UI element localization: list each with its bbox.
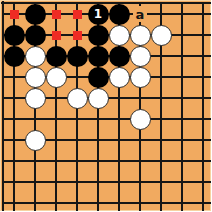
grid-line-h	[2, 160, 212, 162]
white-stone	[88, 88, 109, 109]
black-stone	[109, 4, 130, 25]
black-stone	[46, 46, 67, 67]
black-stone	[88, 67, 109, 88]
black-stone	[67, 46, 88, 67]
move-number-label: 1	[88, 4, 108, 24]
white-stone	[130, 67, 151, 88]
white-stone	[25, 46, 46, 67]
white-stone	[25, 67, 46, 88]
black-stone	[25, 4, 46, 25]
square-mark	[73, 10, 82, 19]
white-stone	[130, 46, 151, 67]
square-mark	[52, 31, 61, 40]
black-stone	[25, 25, 46, 46]
grid-line-h	[2, 118, 212, 120]
point-letter-label: a	[130, 4, 150, 24]
black-stone	[4, 25, 25, 46]
grid-line-h	[2, 181, 212, 183]
square-mark	[73, 31, 82, 40]
grid-line-h	[2, 202, 212, 204]
go-diagram: 1a	[0, 0, 211, 211]
black-stone	[88, 46, 109, 67]
white-stone	[109, 67, 130, 88]
grid-line-v	[181, 2, 183, 212]
white-stone	[130, 25, 151, 46]
white-stone	[25, 88, 46, 109]
square-mark	[10, 10, 19, 19]
black-stone	[4, 46, 25, 67]
white-stone	[46, 67, 67, 88]
black-stone	[88, 25, 109, 46]
grid-line-v	[202, 2, 204, 212]
white-stone	[109, 25, 130, 46]
white-stone	[67, 88, 88, 109]
black-stone	[109, 46, 130, 67]
square-mark	[52, 10, 61, 19]
white-stone	[151, 25, 172, 46]
white-stone	[130, 109, 151, 130]
white-stone	[25, 130, 46, 151]
